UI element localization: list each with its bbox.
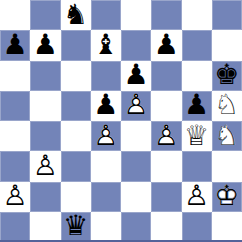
square-d3[interactable] (91, 151, 121, 181)
square-b4[interactable] (30, 121, 60, 151)
square-a8[interactable] (0, 0, 30, 30)
black-queen-glyph: ♛ (61, 212, 91, 242)
square-f3[interactable] (151, 151, 181, 181)
square-g5[interactable]: ♟ (182, 91, 212, 121)
piece-black-king[interactable]: ♚ (212, 61, 242, 91)
white-pawn-outline-glyph: ♙ (151, 121, 181, 151)
black-pawn-glyph: ♟ (30, 30, 60, 60)
white-king-outline-glyph: ♔ (212, 182, 242, 212)
black-knight-glyph: ♞ (61, 0, 91, 30)
square-h7[interactable] (212, 30, 242, 60)
square-f4[interactable]: ♟♙ (151, 121, 181, 151)
square-h8[interactable] (212, 0, 242, 30)
piece-black-pawn[interactable]: ♟ (151, 30, 181, 60)
square-e8[interactable] (121, 0, 151, 30)
square-c1[interactable]: ♛ (61, 212, 91, 242)
square-d6[interactable] (91, 61, 121, 91)
piece-black-queen[interactable]: ♛ (61, 212, 91, 242)
black-pawn-glyph: ♟ (121, 61, 151, 91)
square-f6[interactable] (151, 61, 181, 91)
square-g2[interactable]: ♟♙ (182, 182, 212, 212)
piece-black-bishop[interactable]: ♝ (91, 30, 121, 60)
square-f2[interactable] (151, 182, 181, 212)
square-a7[interactable]: ♟ (0, 30, 30, 60)
square-e2[interactable] (121, 182, 151, 212)
square-g1[interactable] (182, 212, 212, 242)
piece-white-pawn[interactable]: ♟♙ (91, 121, 121, 151)
white-pawn-outline-glyph: ♙ (0, 182, 30, 212)
square-b6[interactable] (30, 61, 60, 91)
piece-white-pawn[interactable]: ♟♙ (121, 91, 151, 121)
black-king-glyph: ♚ (212, 61, 242, 91)
black-pawn-glyph: ♟ (0, 30, 30, 60)
square-g7[interactable] (182, 30, 212, 60)
piece-black-pawn[interactable]: ♟ (30, 30, 60, 60)
square-a2[interactable]: ♟♙ (0, 182, 30, 212)
square-e6[interactable]: ♟ (121, 61, 151, 91)
square-e3[interactable] (121, 151, 151, 181)
square-e7[interactable] (121, 30, 151, 60)
square-d1[interactable] (91, 212, 121, 242)
square-f1[interactable] (151, 212, 181, 242)
piece-black-pawn[interactable]: ♟ (121, 61, 151, 91)
square-a1[interactable] (0, 212, 30, 242)
black-bishop-glyph: ♝ (91, 30, 121, 60)
square-c2[interactable] (61, 182, 91, 212)
piece-black-knight[interactable]: ♞ (61, 0, 91, 30)
square-e4[interactable] (121, 121, 151, 151)
square-d4[interactable]: ♟♙ (91, 121, 121, 151)
square-g6[interactable] (182, 61, 212, 91)
piece-white-king[interactable]: ♚♔ (212, 182, 242, 212)
square-g4[interactable]: ♛♕ (182, 121, 212, 151)
square-g8[interactable] (182, 0, 212, 30)
square-c7[interactable] (61, 30, 91, 60)
piece-black-pawn[interactable]: ♟ (91, 91, 121, 121)
white-pawn-outline-glyph: ♙ (182, 182, 212, 212)
piece-black-pawn[interactable]: ♟ (182, 91, 212, 121)
square-h4[interactable]: ♞♘ (212, 121, 242, 151)
chess-board: ♞♟♟♝♟♟♚♟♟♙♟♞♘♟♙♟♙♛♕♞♘♟♙♟♙♟♙♚♔♛ (0, 0, 242, 242)
square-f8[interactable] (151, 0, 181, 30)
square-c8[interactable]: ♞ (61, 0, 91, 30)
white-pawn-outline-glyph: ♙ (121, 91, 151, 121)
black-pawn-glyph: ♟ (151, 30, 181, 60)
square-b1[interactable] (30, 212, 60, 242)
piece-white-knight[interactable]: ♞♘ (212, 91, 242, 121)
square-c6[interactable] (61, 61, 91, 91)
chess-board-container: ♞♟♟♝♟♟♚♟♟♙♟♞♘♟♙♟♙♛♕♞♘♟♙♟♙♟♙♚♔♛ (0, 0, 242, 242)
piece-black-pawn[interactable]: ♟ (0, 30, 30, 60)
square-b5[interactable] (30, 91, 60, 121)
piece-white-queen[interactable]: ♛♕ (182, 121, 212, 151)
square-e1[interactable] (121, 212, 151, 242)
square-h1[interactable] (212, 212, 242, 242)
square-b3[interactable]: ♟♙ (30, 151, 60, 181)
white-pawn-outline-glyph: ♙ (30, 151, 60, 181)
square-d7[interactable]: ♝ (91, 30, 121, 60)
square-a3[interactable] (0, 151, 30, 181)
piece-white-pawn[interactable]: ♟♙ (151, 121, 181, 151)
white-knight-outline-glyph: ♘ (212, 91, 242, 121)
square-h2[interactable]: ♚♔ (212, 182, 242, 212)
piece-white-pawn[interactable]: ♟♙ (182, 182, 212, 212)
square-b7[interactable]: ♟ (30, 30, 60, 60)
square-b2[interactable] (30, 182, 60, 212)
piece-white-pawn[interactable]: ♟♙ (0, 182, 30, 212)
square-h3[interactable] (212, 151, 242, 181)
black-pawn-glyph: ♟ (182, 91, 212, 121)
square-h5[interactable]: ♞♘ (212, 91, 242, 121)
square-d5[interactable]: ♟ (91, 91, 121, 121)
white-queen-outline-glyph: ♕ (182, 121, 212, 151)
square-b8[interactable] (30, 0, 60, 30)
square-h6[interactable]: ♚ (212, 61, 242, 91)
square-c4[interactable] (61, 121, 91, 151)
square-a4[interactable] (0, 121, 30, 151)
square-a6[interactable] (0, 61, 30, 91)
square-c3[interactable] (61, 151, 91, 181)
white-pawn-outline-glyph: ♙ (91, 121, 121, 151)
square-d8[interactable] (91, 0, 121, 30)
piece-white-pawn[interactable]: ♟♙ (30, 151, 60, 181)
square-f5[interactable] (151, 91, 181, 121)
square-d2[interactable] (91, 182, 121, 212)
square-f7[interactable]: ♟ (151, 30, 181, 60)
square-a5[interactable] (0, 91, 30, 121)
black-pawn-glyph: ♟ (91, 91, 121, 121)
piece-white-knight[interactable]: ♞♘ (212, 121, 242, 151)
square-c5[interactable] (61, 91, 91, 121)
square-g3[interactable] (182, 151, 212, 181)
square-e5[interactable]: ♟♙ (121, 91, 151, 121)
white-knight-outline-glyph: ♘ (212, 121, 242, 151)
